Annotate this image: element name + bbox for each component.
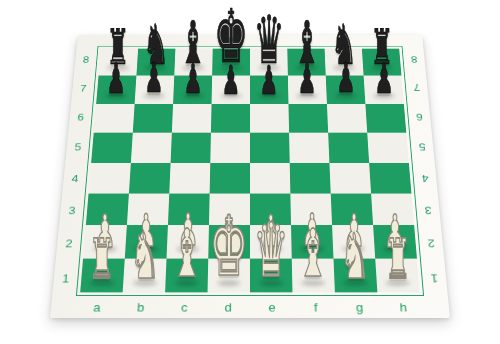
rank-label-right-5: 5 bbox=[410, 132, 435, 163]
square-e4[interactable] bbox=[250, 163, 290, 194]
file-labels-bottom: abcdefgh bbox=[74, 296, 426, 318]
square-g6[interactable] bbox=[327, 104, 367, 133]
file-label-bottom-e: e bbox=[250, 296, 294, 318]
square-h4[interactable] bbox=[369, 163, 411, 194]
file-label-bottom-b: b bbox=[118, 296, 163, 318]
square-g4[interactable] bbox=[329, 163, 371, 194]
square-b4[interactable] bbox=[129, 163, 171, 194]
file-label-bottom-g: g bbox=[337, 296, 382, 318]
square-c6[interactable] bbox=[172, 104, 212, 133]
square-g5[interactable] bbox=[328, 133, 369, 163]
black-pawn-b7[interactable]: ♟ bbox=[145, 58, 164, 99]
square-e5[interactable] bbox=[250, 133, 290, 163]
white-knight-b1[interactable]: ♞ bbox=[130, 225, 159, 288]
square-c5[interactable] bbox=[171, 133, 211, 163]
rank-label-left-3: 3 bbox=[59, 194, 85, 227]
file-label-bottom-a: a bbox=[74, 296, 119, 318]
square-f4[interactable] bbox=[290, 163, 331, 194]
black-pawn-g7[interactable]: ♟ bbox=[336, 58, 355, 99]
square-b5[interactable] bbox=[131, 133, 172, 163]
white-rook-h1[interactable]: ♜ bbox=[385, 232, 411, 287]
rank-label-left-2: 2 bbox=[56, 227, 82, 261]
rank-label-left-4: 4 bbox=[62, 163, 87, 195]
file-label-bottom-d: d bbox=[206, 296, 250, 318]
rank-label-left-7: 7 bbox=[71, 74, 95, 103]
rank-label-right-4: 4 bbox=[413, 163, 438, 195]
square-e6[interactable] bbox=[250, 104, 289, 133]
square-a5[interactable] bbox=[91, 133, 133, 163]
black-pawn-d7[interactable]: ♟ bbox=[221, 60, 240, 100]
black-pawn-h7[interactable]: ♟ bbox=[374, 58, 394, 100]
white-rook-a1[interactable]: ♜ bbox=[90, 232, 116, 287]
square-a6[interactable] bbox=[94, 104, 135, 133]
square-h5[interactable] bbox=[367, 133, 409, 163]
square-b6[interactable] bbox=[133, 104, 173, 133]
rank-label-right-8: 8 bbox=[402, 46, 426, 74]
square-d6[interactable] bbox=[211, 104, 250, 133]
white-queen-e1[interactable]: ♛ bbox=[254, 214, 289, 289]
square-f5[interactable] bbox=[289, 133, 329, 163]
white-king-d1[interactable]: ♚ bbox=[209, 206, 248, 289]
board-border bbox=[76, 46, 424, 296]
file-label-bottom-f: f bbox=[294, 296, 338, 318]
file-label-bottom-h: h bbox=[381, 296, 426, 318]
rank-label-left-6: 6 bbox=[68, 102, 92, 132]
rank-label-right-6: 6 bbox=[407, 102, 431, 132]
black-pawn-c7[interactable]: ♟ bbox=[183, 59, 202, 100]
white-bishop-c1[interactable]: ♝ bbox=[171, 222, 202, 288]
black-pawn-a7[interactable]: ♟ bbox=[106, 58, 126, 100]
white-knight-g1[interactable]: ♞ bbox=[341, 225, 370, 288]
rank-label-left-1: 1 bbox=[52, 261, 79, 296]
rank-label-right-3: 3 bbox=[415, 194, 441, 227]
rank-label-right-1: 1 bbox=[421, 261, 448, 296]
rank-label-left-8: 8 bbox=[74, 46, 98, 74]
rank-label-right-2: 2 bbox=[418, 227, 444, 261]
square-d4[interactable] bbox=[210, 163, 250, 194]
black-pawn-f7[interactable]: ♟ bbox=[298, 59, 317, 100]
black-pawn-e7[interactable]: ♟ bbox=[260, 60, 279, 100]
square-c4[interactable] bbox=[169, 163, 210, 194]
square-d5[interactable] bbox=[210, 133, 250, 163]
rank-label-right-7: 7 bbox=[405, 74, 429, 103]
square-h6[interactable] bbox=[365, 104, 406, 133]
square-f6[interactable] bbox=[288, 104, 328, 133]
file-label-bottom-c: c bbox=[162, 296, 206, 318]
product-photo: abcdefgh 87654321 87654321 abcdefgh ♜♞♝♚… bbox=[0, 0, 500, 344]
square-a4[interactable] bbox=[89, 163, 131, 194]
white-bishop-f1[interactable]: ♝ bbox=[298, 222, 329, 288]
rank-label-left-5: 5 bbox=[65, 132, 90, 163]
